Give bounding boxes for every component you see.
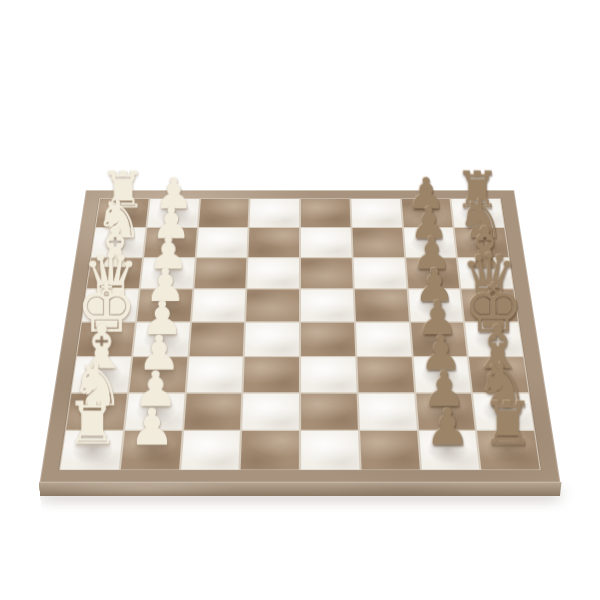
- square-a6: [351, 199, 401, 227]
- square-c2: [140, 258, 194, 288]
- square-b5: [301, 228, 351, 257]
- square-d4: [246, 290, 299, 322]
- chess-board: ♜♟♟♜♞♟♟♞♝♟♟♝♛♟♟♛♚♟♟♚♝♟♟♝♞♟♟♞♜♟♟♜: [40, 190, 561, 482]
- brown-rook-h8: ♜: [468, 396, 546, 452]
- square-c7: [406, 258, 460, 288]
- square-d5: [301, 290, 354, 322]
- white-rook-h1: ♜: [53, 396, 131, 452]
- square-b2: [144, 228, 197, 257]
- square-a7: [401, 199, 452, 227]
- square-c4: [247, 258, 299, 288]
- board-side-front: [39, 482, 562, 496]
- square-a4: [250, 199, 299, 227]
- square-a5: [301, 199, 350, 227]
- board-frame: ♜♟♟♜♞♟♟♞♝♟♟♝♛♟♟♛♚♟♟♚♝♟♟♝♞♟♟♞♜♟♟♜: [40, 190, 561, 482]
- square-a8: [452, 199, 504, 227]
- square-c6: [353, 258, 406, 288]
- square-b1: [92, 228, 146, 257]
- square-b6: [352, 228, 404, 257]
- square-c3: [194, 258, 247, 288]
- scene: ♜♟♟♜♞♟♟♞♝♟♟♝♛♟♟♛♚♟♟♚♝♟♟♝♞♟♟♞♜♟♟♜: [65, 87, 535, 557]
- square-b3: [196, 228, 248, 257]
- square-c5: [301, 258, 353, 288]
- product-photo: ♜♟♟♜♞♟♟♞♝♟♟♝♛♟♟♛♚♟♟♚♝♟♟♝♞♟♟♞♜♟♟♜: [0, 0, 600, 600]
- square-b7: [403, 228, 456, 257]
- square-b8: [455, 228, 509, 257]
- square-d3: [192, 290, 246, 322]
- square-a3: [198, 199, 248, 227]
- square-b4: [249, 228, 299, 257]
- square-a1: [96, 199, 148, 227]
- square-a2: [147, 199, 198, 227]
